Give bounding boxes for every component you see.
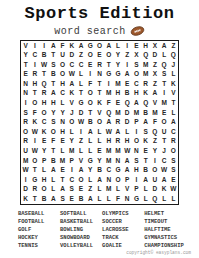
- grid-cell[interactable]: C: [132, 79, 141, 89]
- grid-cell[interactable]: O: [86, 99, 95, 109]
- grid-cell[interactable]: L: [49, 185, 58, 195]
- grid-cell[interactable]: G: [30, 175, 39, 185]
- grid-cell[interactable]: M: [132, 108, 141, 118]
- grid-cell[interactable]: O: [113, 175, 122, 185]
- grid-cell[interactable]: V: [67, 99, 76, 109]
- grid-cell[interactable]: B: [49, 70, 58, 80]
- grid-cell[interactable]: R: [95, 60, 104, 70]
- grid-cell[interactable]: H: [39, 175, 48, 185]
- grid-cell[interactable]: C: [67, 60, 76, 70]
- grid-cell[interactable]: F: [104, 99, 113, 109]
- grid-cell[interactable]: N: [21, 89, 30, 99]
- grid-cell[interactable]: O: [58, 60, 67, 70]
- grid-cell[interactable]: T: [30, 194, 39, 204]
- word-list-column: HELMETTIMEOUTHALFTIMEGYMNASTICSCHAMPIONS…: [144, 210, 199, 250]
- grid-cell[interactable]: Z: [169, 41, 178, 51]
- grid-cell[interactable]: O: [39, 185, 48, 195]
- page-title: Sports Edition: [0, 0, 199, 23]
- grid-cell[interactable]: M: [141, 60, 150, 70]
- grid-cell[interactable]: W: [30, 146, 39, 156]
- grid-cell[interactable]: Q: [123, 99, 132, 109]
- word-list-item: HOCKEY: [18, 234, 60, 242]
- grid-cell[interactable]: V: [169, 89, 178, 99]
- grid-cell[interactable]: Y: [49, 108, 58, 118]
- grid-cell[interactable]: F: [58, 41, 67, 51]
- grid-cell[interactable]: S: [169, 166, 178, 176]
- grid-cell[interactable]: K: [141, 89, 150, 99]
- grid-cell[interactable]: T: [141, 156, 150, 166]
- grid-cell[interactable]: P: [39, 156, 48, 166]
- grid-cell[interactable]: L: [104, 194, 113, 204]
- grid-cell[interactable]: H: [30, 79, 39, 89]
- grid-cell[interactable]: X: [150, 41, 159, 51]
- grid-cell[interactable]: O: [58, 70, 67, 80]
- grid-cell[interactable]: Q: [150, 127, 159, 137]
- grid-cell[interactable]: L: [123, 127, 132, 137]
- grid-cell[interactable]: L: [49, 175, 58, 185]
- grid-cell[interactable]: R: [30, 70, 39, 80]
- word-list-item: BASEBALL: [18, 210, 60, 218]
- grid-cell[interactable]: H: [58, 79, 67, 89]
- grid-cell[interactable]: O: [132, 137, 141, 147]
- grid-cell[interactable]: A: [150, 89, 159, 99]
- grid-cell[interactable]: H: [39, 99, 48, 109]
- grid-cell[interactable]: Q: [141, 99, 150, 109]
- grid-cell[interactable]: S: [49, 118, 58, 128]
- grid-cell[interactable]: Z: [150, 60, 159, 70]
- grid-cell[interactable]: M: [141, 70, 150, 80]
- grid-cell[interactable]: E: [58, 166, 67, 176]
- grid-cell[interactable]: M: [67, 146, 76, 156]
- grid-cell[interactable]: M: [113, 79, 122, 89]
- grid-cell[interactable]: D: [21, 185, 30, 195]
- grid-cell[interactable]: L: [169, 108, 178, 118]
- grid-cell[interactable]: B: [95, 166, 104, 176]
- grid-cell[interactable]: C: [104, 166, 113, 176]
- grid-cell[interactable]: M: [113, 146, 122, 156]
- grid-cell[interactable]: L: [58, 99, 67, 109]
- grid-cell[interactable]: V: [76, 156, 85, 166]
- grid-cell[interactable]: H: [104, 137, 113, 147]
- grid-cell[interactable]: A: [49, 194, 58, 204]
- grid-cell[interactable]: O: [104, 51, 113, 61]
- grid-cell[interactable]: A: [49, 89, 58, 99]
- grid-cell[interactable]: O: [95, 118, 104, 128]
- grid-cell[interactable]: E: [76, 185, 85, 195]
- grid-cell[interactable]: C: [76, 60, 85, 70]
- grid-cell[interactable]: C: [67, 175, 76, 185]
- grid-cell[interactable]: C: [30, 51, 39, 61]
- grid-cell[interactable]: L: [169, 70, 178, 80]
- grid-cell[interactable]: A: [76, 41, 85, 51]
- grid-cell[interactable]: B: [141, 166, 150, 176]
- grid-cell[interactable]: I: [132, 127, 141, 137]
- grid-cell[interactable]: W: [21, 166, 30, 176]
- grid-cell[interactable]: P: [67, 156, 76, 166]
- grid-cell[interactable]: A: [104, 41, 113, 51]
- word-list-column: OLYMPICSSOCCERLACROSSETRACKGOALIE: [102, 210, 144, 250]
- grid-cell[interactable]: N: [132, 146, 141, 156]
- grid-cell[interactable]: L: [76, 79, 85, 89]
- grid-cell[interactable]: E: [39, 137, 48, 147]
- grid-cell[interactable]: B: [39, 51, 48, 61]
- grid-cell[interactable]: S: [49, 60, 58, 70]
- grid-cell[interactable]: O: [95, 41, 104, 51]
- grid-cell[interactable]: T: [76, 89, 85, 99]
- copyright-text: copyright© easyplans.com: [126, 250, 191, 255]
- grid-cell[interactable]: O: [86, 51, 95, 61]
- grid-cell[interactable]: S: [67, 185, 76, 195]
- grid-cell[interactable]: Y: [86, 166, 95, 176]
- grid-cell[interactable]: H: [49, 99, 58, 109]
- grid-cell[interactable]: N: [113, 156, 122, 166]
- grid-cell[interactable]: I: [160, 89, 169, 99]
- grid-cell[interactable]: X: [132, 51, 141, 61]
- grid-cell[interactable]: O: [30, 156, 39, 166]
- grid-cell[interactable]: E: [123, 79, 132, 89]
- grid-cell[interactable]: T: [39, 70, 48, 80]
- grid-cell[interactable]: E: [169, 175, 178, 185]
- grid-cell[interactable]: I: [21, 175, 30, 185]
- grid-cell[interactable]: A: [113, 127, 122, 137]
- grid-cell[interactable]: I: [150, 156, 159, 166]
- grid-cell[interactable]: M: [104, 156, 113, 166]
- grid-cell[interactable]: R: [141, 79, 150, 89]
- grid-cell[interactable]: A: [76, 166, 85, 176]
- grid-cell[interactable]: F: [49, 137, 58, 147]
- grid-cell[interactable]: O: [132, 70, 141, 80]
- grid-cell[interactable]: R: [39, 89, 48, 99]
- grid-cell[interactable]: H: [132, 89, 141, 99]
- grid-cell[interactable]: I: [132, 175, 141, 185]
- grid-cell[interactable]: S: [132, 60, 141, 70]
- grid-cell[interactable]: W: [123, 146, 132, 156]
- grid-cell[interactable]: Y: [113, 60, 122, 70]
- grid-cell[interactable]: G: [104, 70, 113, 80]
- grid-cell[interactable]: A: [123, 156, 132, 166]
- grid-cell[interactable]: T: [49, 51, 58, 61]
- grid-cell[interactable]: T: [95, 89, 104, 99]
- grid-cell[interactable]: B: [39, 194, 48, 204]
- grid-cell[interactable]: M: [104, 146, 113, 156]
- grid-cell[interactable]: L: [95, 185, 104, 195]
- grid-cell[interactable]: L: [95, 194, 104, 204]
- grid-cell[interactable]: A: [132, 99, 141, 109]
- grid-cell[interactable]: K: [95, 99, 104, 109]
- grid-cell[interactable]: E: [95, 146, 104, 156]
- grid-cell[interactable]: L: [86, 137, 95, 147]
- grid-cell[interactable]: U: [21, 146, 30, 156]
- grid-cell[interactable]: L: [95, 127, 104, 137]
- grid-cell[interactable]: K: [67, 41, 76, 51]
- grid-cell[interactable]: S: [141, 127, 150, 137]
- grid-cell[interactable]: S: [132, 156, 141, 166]
- grid-cell[interactable]: V: [123, 185, 132, 195]
- grid-cell[interactable]: P: [132, 185, 141, 195]
- grid-cell[interactable]: B: [76, 194, 85, 204]
- grid-cell[interactable]: A: [58, 185, 67, 195]
- grid-cell[interactable]: G: [132, 194, 141, 204]
- grid-cell[interactable]: E: [86, 60, 95, 70]
- word-list-item: FOOTBALL: [18, 218, 60, 226]
- grid-cell[interactable]: G: [113, 166, 122, 176]
- grid-cell[interactable]: U: [150, 175, 159, 185]
- grid-cell[interactable]: N: [123, 194, 132, 204]
- grid-cell[interactable]: W: [30, 127, 39, 137]
- grid-cell[interactable]: K: [67, 89, 76, 99]
- grid-cell[interactable]: S: [169, 156, 178, 166]
- grid-cell[interactable]: A: [123, 166, 132, 176]
- grid-cell[interactable]: Z: [76, 137, 85, 147]
- grid-cell[interactable]: A: [67, 79, 76, 89]
- grid-cell[interactable]: R: [113, 137, 122, 147]
- grid-cell[interactable]: O: [49, 127, 58, 137]
- grid-cell[interactable]: C: [39, 118, 48, 128]
- grid-cell[interactable]: Q: [104, 108, 113, 118]
- grid-cell[interactable]: Y: [58, 108, 67, 118]
- grid-cell[interactable]: Z: [150, 79, 159, 89]
- grid-cell[interactable]: B: [141, 108, 150, 118]
- grid-cell[interactable]: C: [58, 89, 67, 99]
- grid-cell[interactable]: E: [113, 99, 122, 109]
- grid-cell[interactable]: T: [21, 60, 30, 70]
- grid-cell[interactable]: W: [76, 118, 85, 128]
- grid-cell[interactable]: Y: [150, 146, 159, 156]
- grid-cell[interactable]: A: [123, 70, 132, 80]
- grid-cell[interactable]: W: [160, 166, 169, 176]
- grid-cell[interactable]: L: [67, 127, 76, 137]
- grid-cell[interactable]: T: [30, 166, 39, 176]
- grid-cell[interactable]: T: [160, 79, 169, 89]
- grid-cell[interactable]: K: [30, 118, 39, 128]
- grid-cell[interactable]: L: [58, 146, 67, 156]
- grid-cell[interactable]: A: [169, 118, 178, 128]
- grid-cell[interactable]: I: [86, 70, 95, 80]
- grid-cell[interactable]: W: [39, 60, 48, 70]
- grid-cell[interactable]: L: [39, 166, 48, 176]
- grid-cell[interactable]: H: [141, 41, 150, 51]
- grid-cell[interactable]: A: [160, 175, 169, 185]
- grid-cell[interactable]: A: [86, 194, 95, 204]
- grid-cell[interactable]: N: [104, 175, 113, 185]
- grid-cell[interactable]: Q: [141, 51, 150, 61]
- grid-cell[interactable]: I: [123, 41, 132, 51]
- grid-cell[interactable]: A: [49, 41, 58, 51]
- grid-cell[interactable]: T: [160, 137, 169, 147]
- grid-cell[interactable]: A: [86, 127, 95, 137]
- grid-cell[interactable]: T: [169, 99, 178, 109]
- page-subtitle: word search: [54, 26, 126, 37]
- grid-cell[interactable]: R: [169, 137, 178, 147]
- grid-cell[interactable]: L: [86, 175, 95, 185]
- grid-cell[interactable]: L: [76, 70, 85, 80]
- grid-cell[interactable]: T: [30, 89, 39, 99]
- grid-cell[interactable]: K: [39, 127, 48, 137]
- grid-cell[interactable]: T: [86, 108, 95, 118]
- grid-cell[interactable]: D: [67, 51, 76, 61]
- grid-cell[interactable]: K: [160, 185, 169, 195]
- grid-cell[interactable]: O: [39, 108, 48, 118]
- grid-cell[interactable]: Y: [39, 146, 48, 156]
- word-list-item: SOFTBALL: [60, 210, 102, 218]
- grid-cell[interactable]: R: [21, 137, 30, 147]
- grid-cell[interactable]: O: [169, 146, 178, 156]
- grid-cell[interactable]: Y: [67, 137, 76, 147]
- grid-cell[interactable]: K: [169, 79, 178, 89]
- grid-cell[interactable]: E: [67, 194, 76, 204]
- grid-cell[interactable]: O: [86, 89, 95, 99]
- grid-cell[interactable]: R: [30, 185, 39, 195]
- grid-cell[interactable]: O: [76, 175, 85, 185]
- grid-cell[interactable]: I: [76, 127, 85, 137]
- grid-cell[interactable]: Q: [160, 60, 169, 70]
- grid-cell[interactable]: P: [123, 175, 132, 185]
- grid-cell[interactable]: L: [169, 194, 178, 204]
- grid-cell[interactable]: K: [141, 137, 150, 147]
- grid-cell[interactable]: E: [21, 70, 30, 80]
- grid-cell[interactable]: R: [113, 118, 122, 128]
- grid-cell[interactable]: Y: [21, 51, 30, 61]
- grid-cell[interactable]: T: [49, 146, 58, 156]
- grid-cell[interactable]: A: [104, 118, 113, 128]
- grid-cell[interactable]: I: [67, 166, 76, 176]
- grid-cell[interactable]: V: [95, 108, 104, 118]
- grid-cell[interactable]: W: [104, 127, 113, 137]
- grid-cell[interactable]: J: [67, 108, 76, 118]
- grid-cell[interactable]: E: [58, 137, 67, 147]
- grid-cell[interactable]: I: [104, 79, 113, 89]
- grid-cell[interactable]: E: [95, 51, 104, 61]
- grid-cell[interactable]: C: [160, 156, 169, 166]
- grid-cell[interactable]: A: [160, 41, 169, 51]
- grid-cell[interactable]: M: [58, 156, 67, 166]
- grid-cell[interactable]: G: [86, 41, 95, 51]
- grid-cell[interactable]: B: [49, 156, 58, 166]
- grid-cell[interactable]: D: [123, 118, 132, 128]
- grid-cell[interactable]: V: [21, 41, 30, 51]
- word-list-item: GOALIE: [102, 242, 144, 250]
- grid-cell[interactable]: S: [21, 108, 30, 118]
- grid-cell[interactable]: L: [160, 51, 169, 61]
- grid-cell[interactable]: Y: [95, 156, 104, 166]
- grid-cell[interactable]: O: [67, 118, 76, 128]
- grid-cell[interactable]: T: [104, 60, 113, 70]
- grid-cell[interactable]: H: [58, 127, 67, 137]
- grid-cell[interactable]: G: [113, 70, 122, 80]
- grid-cell[interactable]: D: [123, 108, 132, 118]
- grid-cell[interactable]: L: [141, 194, 150, 204]
- grid-cell[interactable]: N: [21, 79, 30, 89]
- grid-cell[interactable]: R: [21, 118, 30, 128]
- grid-cell[interactable]: M: [104, 89, 113, 99]
- grid-cell[interactable]: Y: [113, 51, 122, 61]
- word-list-item: CHAMPIONSHIP: [144, 242, 199, 250]
- grid-cell[interactable]: T: [58, 175, 67, 185]
- grid-cell[interactable]: I: [21, 99, 30, 109]
- grid-cell[interactable]: H: [132, 166, 141, 176]
- grid-cell[interactable]: V: [150, 99, 159, 109]
- grid-cell[interactable]: G: [86, 156, 95, 166]
- grid-cell[interactable]: I: [123, 60, 132, 70]
- grid-cell[interactable]: O: [30, 99, 39, 109]
- grid-cell[interactable]: L: [160, 194, 169, 204]
- grid-cell[interactable]: M: [113, 108, 122, 118]
- grid-cell[interactable]: L: [95, 137, 104, 147]
- grid-cell[interactable]: Q: [150, 194, 159, 204]
- grid-cell[interactable]: Q: [169, 51, 178, 61]
- grid-cell[interactable]: W: [67, 70, 76, 80]
- grid-cell[interactable]: S: [58, 194, 67, 204]
- grid-cell[interactable]: E: [132, 41, 141, 51]
- grid-cell[interactable]: T: [95, 79, 104, 89]
- grid-cell[interactable]: F: [150, 118, 159, 128]
- grid-cell[interactable]: D: [150, 51, 159, 61]
- grid-cell[interactable]: B: [123, 89, 132, 99]
- grid-cell[interactable]: X: [150, 70, 159, 80]
- grid-cell[interactable]: D: [150, 185, 159, 195]
- grid-cell[interactable]: B: [86, 118, 95, 128]
- grid-cell[interactable]: J: [169, 60, 178, 70]
- grid-cell[interactable]: A: [95, 175, 104, 185]
- grid-cell[interactable]: L: [76, 146, 85, 156]
- grid-cell[interactable]: E: [141, 146, 150, 156]
- grid-cell[interactable]: S: [160, 70, 169, 80]
- grid-cell[interactable]: L: [113, 41, 122, 51]
- grid-cell[interactable]: D: [76, 108, 85, 118]
- grid-cell[interactable]: W: [169, 185, 178, 195]
- grid-cell[interactable]: M: [104, 185, 113, 195]
- grid-cell[interactable]: I: [30, 41, 39, 51]
- grid-cell[interactable]: M: [150, 108, 159, 118]
- grid-cell[interactable]: Z: [150, 137, 159, 147]
- grid-cell[interactable]: O: [160, 118, 169, 128]
- grid-cell[interactable]: T: [49, 79, 58, 89]
- grid-cell[interactable]: H: [113, 89, 122, 99]
- grid-cell[interactable]: F: [86, 79, 95, 89]
- grid-cell[interactable]: L: [86, 146, 95, 156]
- grid-cell[interactable]: F: [30, 108, 39, 118]
- grid-cell[interactable]: Z: [76, 51, 85, 61]
- grid-cell[interactable]: L: [113, 185, 122, 195]
- grid-cell[interactable]: I: [39, 41, 48, 51]
- grid-cell[interactable]: A: [141, 118, 150, 128]
- grid-cell[interactable]: U: [160, 127, 169, 137]
- grid-cell[interactable]: N: [58, 118, 67, 128]
- grid-cell[interactable]: Q: [39, 79, 48, 89]
- grid-cell[interactable]: Z: [86, 185, 95, 195]
- grid-cell[interactable]: O: [150, 166, 159, 176]
- grid-cell[interactable]: E: [160, 108, 169, 118]
- grid-cell[interactable]: C: [169, 127, 178, 137]
- grid-cell[interactable]: G: [76, 99, 85, 109]
- grid-cell[interactable]: P: [132, 118, 141, 128]
- grid-cell[interactable]: M: [21, 156, 30, 166]
- grid-cell[interactable]: A: [49, 166, 58, 176]
- grid-cell[interactable]: U: [58, 51, 67, 61]
- grid-cell[interactable]: N: [95, 70, 104, 80]
- grid-cell[interactable]: O: [21, 127, 30, 137]
- grid-cell[interactable]: J: [160, 146, 169, 156]
- grid-cell[interactable]: Z: [123, 51, 132, 61]
- grid-cell[interactable]: I: [30, 137, 39, 147]
- grid-cell[interactable]: L: [141, 185, 150, 195]
- grid-cell[interactable]: K: [21, 194, 30, 204]
- grid-cell[interactable]: I: [30, 60, 39, 70]
- grid-cell[interactable]: A: [141, 175, 150, 185]
- grid-cell[interactable]: M: [160, 99, 169, 109]
- grid-cell[interactable]: F: [113, 194, 122, 204]
- grid-cell[interactable]: H: [123, 137, 132, 147]
